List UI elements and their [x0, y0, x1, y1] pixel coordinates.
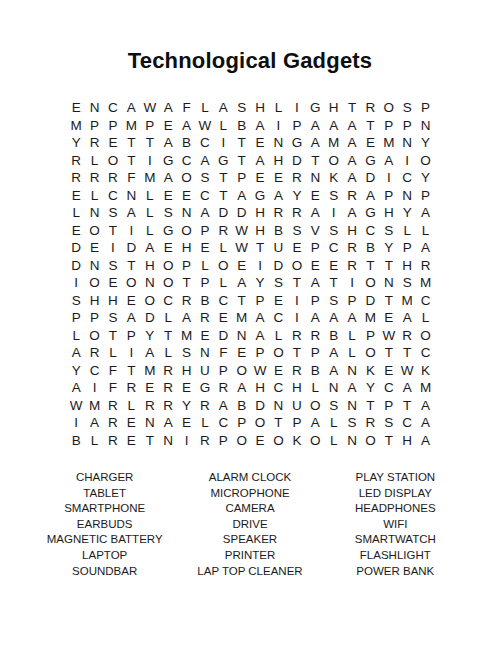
grid-cell[interactable]: L: [214, 239, 232, 257]
grid-cell[interactable]: L: [122, 397, 140, 415]
grid-cell[interactable]: O: [324, 152, 342, 170]
grid-cell[interactable]: M: [85, 397, 103, 415]
grid-cell[interactable]: A: [122, 309, 140, 327]
grid-cell[interactable]: R: [416, 257, 434, 275]
grid-cell[interactable]: C: [214, 414, 232, 432]
grid-cell[interactable]: T: [398, 344, 416, 362]
grid-cell[interactable]: O: [85, 327, 103, 345]
grid-cell[interactable]: A: [416, 414, 434, 432]
grid-cell[interactable]: B: [269, 222, 287, 240]
grid-cell[interactable]: A: [343, 134, 361, 152]
grid-cell[interactable]: A: [177, 117, 195, 135]
grid-cell[interactable]: D: [288, 152, 306, 170]
grid-cell[interactable]: H: [269, 152, 287, 170]
grid-cell[interactable]: P: [343, 292, 361, 310]
grid-cell[interactable]: N: [398, 134, 416, 152]
grid-cell[interactable]: B: [324, 327, 342, 345]
grid-cell[interactable]: C: [269, 379, 287, 397]
grid-cell[interactable]: D: [251, 397, 269, 415]
grid-cell[interactable]: P: [233, 169, 251, 187]
grid-cell[interactable]: E: [233, 257, 251, 275]
grid-cell[interactable]: R: [85, 169, 103, 187]
grid-cell[interactable]: P: [85, 117, 103, 135]
grid-cell[interactable]: L: [343, 344, 361, 362]
grid-cell[interactable]: E: [122, 414, 140, 432]
grid-cell[interactable]: R: [343, 257, 361, 275]
grid-cell[interactable]: A: [343, 309, 361, 327]
grid-cell[interactable]: E: [104, 134, 122, 152]
grid-cell[interactable]: D: [214, 327, 232, 345]
grid-cell[interactable]: T: [104, 327, 122, 345]
grid-cell[interactable]: L: [159, 344, 177, 362]
grid-cell[interactable]: R: [269, 204, 287, 222]
grid-cell[interactable]: I: [104, 239, 122, 257]
grid-cell[interactable]: W: [233, 222, 251, 240]
grid-cell[interactable]: A: [380, 152, 398, 170]
grid-cell[interactable]: E: [380, 362, 398, 380]
grid-cell[interactable]: K: [416, 362, 434, 380]
grid-cell[interactable]: E: [196, 239, 214, 257]
grid-cell[interactable]: O: [306, 397, 324, 415]
grid-cell[interactable]: E: [177, 379, 195, 397]
grid-cell[interactable]: T: [122, 257, 140, 275]
grid-cell[interactable]: A: [85, 414, 103, 432]
grid-cell[interactable]: A: [416, 204, 434, 222]
grid-cell[interactable]: R: [122, 379, 140, 397]
grid-cell[interactable]: R: [67, 169, 85, 187]
grid-cell[interactable]: O: [233, 362, 251, 380]
grid-cell[interactable]: R: [361, 414, 379, 432]
grid-cell[interactable]: L: [159, 309, 177, 327]
grid-cell[interactable]: O: [141, 292, 159, 310]
grid-cell[interactable]: A: [416, 432, 434, 450]
grid-cell[interactable]: S: [67, 292, 85, 310]
grid-cell[interactable]: T: [361, 257, 379, 275]
grid-cell[interactable]: K: [288, 432, 306, 450]
grid-cell[interactable]: D: [233, 204, 251, 222]
grid-cell[interactable]: H: [251, 204, 269, 222]
grid-cell[interactable]: Y: [416, 169, 434, 187]
grid-cell[interactable]: A: [306, 274, 324, 292]
grid-cell[interactable]: A: [122, 204, 140, 222]
grid-cell[interactable]: O: [159, 274, 177, 292]
grid-cell[interactable]: O: [104, 152, 122, 170]
grid-cell[interactable]: R: [141, 397, 159, 415]
grid-cell[interactable]: S: [269, 274, 287, 292]
grid-cell[interactable]: T: [288, 344, 306, 362]
grid-cell[interactable]: P: [251, 292, 269, 310]
grid-cell[interactable]: T: [214, 187, 232, 205]
grid-cell[interactable]: T: [233, 292, 251, 310]
grid-cell[interactable]: S: [104, 257, 122, 275]
grid-cell[interactable]: A: [159, 134, 177, 152]
grid-cell[interactable]: P: [251, 344, 269, 362]
grid-cell[interactable]: E: [269, 169, 287, 187]
grid-cell[interactable]: P: [380, 117, 398, 135]
grid-cell[interactable]: O: [288, 257, 306, 275]
grid-cell[interactable]: H: [343, 222, 361, 240]
grid-cell[interactable]: L: [141, 222, 159, 240]
grid-cell[interactable]: E: [177, 414, 195, 432]
grid-cell[interactable]: A: [67, 344, 85, 362]
grid-cell[interactable]: A: [343, 379, 361, 397]
grid-cell[interactable]: K: [361, 362, 379, 380]
grid-cell[interactable]: G: [214, 152, 232, 170]
grid-cell[interactable]: I: [288, 99, 306, 117]
grid-cell[interactable]: A: [324, 362, 342, 380]
grid-cell[interactable]: N: [269, 397, 287, 415]
grid-cell[interactable]: O: [416, 327, 434, 345]
grid-cell[interactable]: I: [288, 292, 306, 310]
grid-cell[interactable]: C: [416, 344, 434, 362]
grid-cell[interactable]: E: [251, 134, 269, 152]
grid-cell[interactable]: N: [343, 362, 361, 380]
grid-cell[interactable]: Y: [398, 204, 416, 222]
grid-cell[interactable]: A: [159, 99, 177, 117]
grid-cell[interactable]: C: [324, 239, 342, 257]
grid-cell[interactable]: O: [122, 274, 140, 292]
grid-cell[interactable]: S: [380, 414, 398, 432]
grid-cell[interactable]: B: [233, 397, 251, 415]
grid-cell[interactable]: O: [361, 274, 379, 292]
grid-cell[interactable]: O: [416, 152, 434, 170]
grid-cell[interactable]: P: [122, 327, 140, 345]
grid-cell[interactable]: F: [214, 344, 232, 362]
grid-cell[interactable]: R: [196, 397, 214, 415]
grid-cell[interactable]: M: [122, 117, 140, 135]
grid-cell[interactable]: C: [214, 292, 232, 310]
grid-cell[interactable]: M: [398, 292, 416, 310]
grid-cell[interactable]: H: [141, 257, 159, 275]
grid-cell[interactable]: I: [214, 134, 232, 152]
grid-cell[interactable]: P: [196, 274, 214, 292]
grid-cell[interactable]: A: [177, 309, 195, 327]
grid-cell[interactable]: I: [324, 204, 342, 222]
grid-cell[interactable]: B: [306, 362, 324, 380]
grid-cell[interactable]: L: [398, 222, 416, 240]
grid-cell[interactable]: K: [324, 169, 342, 187]
grid-cell[interactable]: D: [122, 239, 140, 257]
grid-cell[interactable]: I: [85, 379, 103, 397]
grid-cell[interactable]: Y: [288, 187, 306, 205]
grid-cell[interactable]: F: [104, 362, 122, 380]
grid-cell[interactable]: D: [141, 309, 159, 327]
grid-cell[interactable]: R: [398, 327, 416, 345]
grid-cell[interactable]: V: [306, 222, 324, 240]
grid-cell[interactable]: P: [416, 187, 434, 205]
grid-cell[interactable]: H: [398, 257, 416, 275]
grid-cell[interactable]: A: [251, 152, 269, 170]
grid-cell[interactable]: A: [196, 204, 214, 222]
grid-cell[interactable]: M: [67, 117, 85, 135]
grid-cell[interactable]: I: [177, 432, 195, 450]
grid-cell[interactable]: Y: [380, 239, 398, 257]
grid-cell[interactable]: E: [122, 432, 140, 450]
grid-cell[interactable]: P: [398, 239, 416, 257]
grid-cell[interactable]: P: [416, 99, 434, 117]
grid-cell[interactable]: T: [122, 134, 140, 152]
grid-cell[interactable]: R: [159, 362, 177, 380]
grid-cell[interactable]: S: [104, 309, 122, 327]
grid-cell[interactable]: S: [196, 169, 214, 187]
grid-cell[interactable]: G: [251, 187, 269, 205]
grid-cell[interactable]: D: [361, 169, 379, 187]
grid-cell[interactable]: R: [288, 327, 306, 345]
grid-cell[interactable]: H: [251, 222, 269, 240]
grid-cell[interactable]: G: [159, 152, 177, 170]
grid-cell[interactable]: E: [233, 344, 251, 362]
grid-cell[interactable]: A: [233, 187, 251, 205]
grid-cell[interactable]: D: [269, 257, 287, 275]
grid-cell[interactable]: A: [233, 274, 251, 292]
grid-cell[interactable]: P: [306, 239, 324, 257]
grid-cell[interactable]: C: [177, 152, 195, 170]
grid-cell[interactable]: A: [343, 152, 361, 170]
grid-cell[interactable]: C: [269, 309, 287, 327]
grid-cell[interactable]: T: [306, 152, 324, 170]
grid-cell[interactable]: N: [269, 134, 287, 152]
grid-cell[interactable]: E: [67, 187, 85, 205]
grid-cell[interactable]: T: [122, 152, 140, 170]
grid-cell[interactable]: N: [380, 274, 398, 292]
grid-cell[interactable]: I: [141, 152, 159, 170]
grid-cell[interactable]: A: [343, 204, 361, 222]
grid-cell[interactable]: E: [214, 309, 232, 327]
grid-cell[interactable]: M: [380, 134, 398, 152]
grid-cell[interactable]: A: [159, 414, 177, 432]
grid-cell[interactable]: I: [122, 222, 140, 240]
grid-cell[interactable]: A: [141, 344, 159, 362]
grid-cell[interactable]: E: [141, 379, 159, 397]
grid-cell[interactable]: I: [288, 309, 306, 327]
grid-cell[interactable]: R: [85, 344, 103, 362]
grid-cell[interactable]: C: [196, 187, 214, 205]
grid-cell[interactable]: A: [306, 414, 324, 432]
grid-cell[interactable]: L: [141, 204, 159, 222]
grid-cell[interactable]: A: [141, 239, 159, 257]
grid-cell[interactable]: O: [177, 169, 195, 187]
grid-cell[interactable]: N: [398, 187, 416, 205]
grid-cell[interactable]: A: [214, 99, 232, 117]
grid-cell[interactable]: P: [141, 117, 159, 135]
grid-cell[interactable]: A: [269, 187, 287, 205]
grid-cell[interactable]: S: [398, 274, 416, 292]
grid-cell[interactable]: R: [104, 397, 122, 415]
grid-cell[interactable]: R: [306, 327, 324, 345]
grid-cell[interactable]: E: [361, 134, 379, 152]
grid-cell[interactable]: C: [398, 169, 416, 187]
grid-cell[interactable]: L: [85, 187, 103, 205]
grid-cell[interactable]: F: [122, 169, 140, 187]
grid-cell[interactable]: R: [361, 99, 379, 117]
grid-cell[interactable]: C: [361, 222, 379, 240]
grid-cell[interactable]: A: [122, 99, 140, 117]
grid-cell[interactable]: N: [177, 204, 195, 222]
grid-cell[interactable]: G: [159, 222, 177, 240]
grid-cell[interactable]: S: [324, 222, 342, 240]
grid-cell[interactable]: C: [398, 414, 416, 432]
grid-cell[interactable]: H: [380, 204, 398, 222]
grid-cell[interactable]: B: [361, 239, 379, 257]
grid-cell[interactable]: L: [416, 222, 434, 240]
grid-cell[interactable]: G: [361, 204, 379, 222]
grid-cell[interactable]: N: [233, 327, 251, 345]
grid-cell[interactable]: H: [177, 239, 195, 257]
grid-cell[interactable]: R: [177, 292, 195, 310]
grid-cell[interactable]: O: [380, 99, 398, 117]
grid-cell[interactable]: O: [269, 344, 287, 362]
grid-cell[interactable]: I: [380, 169, 398, 187]
grid-cell[interactable]: R: [104, 414, 122, 432]
grid-cell[interactable]: F: [104, 379, 122, 397]
grid-cell[interactable]: A: [398, 309, 416, 327]
grid-cell[interactable]: L: [196, 414, 214, 432]
grid-cell[interactable]: O: [214, 257, 232, 275]
grid-cell[interactable]: Y: [67, 362, 85, 380]
grid-cell[interactable]: H: [85, 292, 103, 310]
grid-cell[interactable]: R: [196, 432, 214, 450]
grid-cell[interactable]: W: [380, 327, 398, 345]
grid-cell[interactable]: R: [104, 432, 122, 450]
grid-cell[interactable]: A: [306, 309, 324, 327]
grid-cell[interactable]: R: [104, 169, 122, 187]
grid-cell[interactable]: S: [233, 99, 251, 117]
grid-cell[interactable]: A: [251, 309, 269, 327]
grid-cell[interactable]: Y: [141, 327, 159, 345]
grid-cell[interactable]: T: [288, 274, 306, 292]
grid-cell[interactable]: L: [67, 327, 85, 345]
grid-cell[interactable]: L: [196, 257, 214, 275]
grid-cell[interactable]: A: [159, 169, 177, 187]
grid-cell[interactable]: N: [85, 204, 103, 222]
grid-cell[interactable]: C: [104, 187, 122, 205]
grid-cell[interactable]: P: [380, 397, 398, 415]
grid-cell[interactable]: T: [343, 99, 361, 117]
grid-cell[interactable]: A: [324, 309, 342, 327]
grid-cell[interactable]: M: [141, 362, 159, 380]
grid-cell[interactable]: C: [85, 362, 103, 380]
grid-cell[interactable]: E: [67, 99, 85, 117]
grid-cell[interactable]: E: [85, 239, 103, 257]
grid-cell[interactable]: N: [343, 397, 361, 415]
grid-cell[interactable]: R: [288, 169, 306, 187]
grid-cell[interactable]: Y: [416, 134, 434, 152]
grid-cell[interactable]: P: [398, 117, 416, 135]
grid-cell[interactable]: U: [269, 239, 287, 257]
grid-cell[interactable]: R: [85, 134, 103, 152]
grid-cell[interactable]: N: [159, 432, 177, 450]
grid-cell[interactable]: B: [67, 432, 85, 450]
grid-cell[interactable]: T: [159, 327, 177, 345]
grid-cell[interactable]: L: [269, 327, 287, 345]
grid-cell[interactable]: L: [104, 344, 122, 362]
grid-cell[interactable]: R: [343, 239, 361, 257]
grid-cell[interactable]: D: [361, 292, 379, 310]
grid-cell[interactable]: W: [141, 99, 159, 117]
grid-cell[interactable]: L: [214, 117, 232, 135]
grid-cell[interactable]: T: [380, 292, 398, 310]
grid-cell[interactable]: A: [324, 344, 342, 362]
grid-cell[interactable]: T: [251, 239, 269, 257]
grid-cell[interactable]: H: [288, 379, 306, 397]
grid-cell[interactable]: S: [177, 344, 195, 362]
grid-cell[interactable]: P: [288, 414, 306, 432]
grid-cell[interactable]: O: [269, 432, 287, 450]
grid-cell[interactable]: E: [251, 432, 269, 450]
grid-cell[interactable]: P: [306, 344, 324, 362]
grid-cell[interactable]: L: [343, 327, 361, 345]
grid-cell[interactable]: L: [306, 379, 324, 397]
grid-cell[interactable]: P: [361, 327, 379, 345]
grid-cell[interactable]: S: [324, 292, 342, 310]
grid-cell[interactable]: P: [214, 432, 232, 450]
grid-cell[interactable]: I: [398, 152, 416, 170]
grid-cell[interactable]: M: [416, 274, 434, 292]
grid-cell[interactable]: T: [398, 397, 416, 415]
grid-cell[interactable]: A: [324, 117, 342, 135]
grid-cell[interactable]: E: [380, 309, 398, 327]
grid-cell[interactable]: W: [233, 239, 251, 257]
grid-cell[interactable]: T: [141, 432, 159, 450]
grid-cell[interactable]: D: [67, 257, 85, 275]
grid-cell[interactable]: S: [288, 222, 306, 240]
grid-cell[interactable]: L: [141, 187, 159, 205]
grid-cell[interactable]: E: [306, 257, 324, 275]
grid-cell[interactable]: I: [67, 414, 85, 432]
grid-cell[interactable]: T: [361, 117, 379, 135]
grid-cell[interactable]: R: [343, 187, 361, 205]
grid-cell[interactable]: R: [214, 222, 232, 240]
grid-cell[interactable]: E: [324, 257, 342, 275]
grid-cell[interactable]: F: [177, 99, 195, 117]
grid-cell[interactable]: L: [324, 432, 342, 450]
grid-cell[interactable]: E: [177, 187, 195, 205]
grid-cell[interactable]: N: [85, 257, 103, 275]
grid-cell[interactable]: R: [159, 397, 177, 415]
grid-cell[interactable]: E: [159, 117, 177, 135]
grid-cell[interactable]: G: [288, 134, 306, 152]
grid-cell[interactable]: O: [361, 344, 379, 362]
grid-cell[interactable]: S: [398, 99, 416, 117]
grid-cell[interactable]: W: [67, 397, 85, 415]
grid-cell[interactable]: A: [196, 152, 214, 170]
grid-cell[interactable]: N: [324, 379, 342, 397]
grid-cell[interactable]: A: [251, 327, 269, 345]
grid-cell[interactable]: L: [416, 309, 434, 327]
grid-cell[interactable]: M: [324, 134, 342, 152]
grid-cell[interactable]: P: [67, 309, 85, 327]
grid-cell[interactable]: Y: [361, 379, 379, 397]
grid-cell[interactable]: P: [288, 117, 306, 135]
grid-cell[interactable]: G: [306, 99, 324, 117]
grid-cell[interactable]: N: [141, 414, 159, 432]
grid-cell[interactable]: E: [104, 274, 122, 292]
grid-cell[interactable]: T: [233, 134, 251, 152]
grid-cell[interactable]: N: [343, 432, 361, 450]
grid-cell[interactable]: A: [416, 397, 434, 415]
grid-cell[interactable]: E: [67, 222, 85, 240]
grid-cell[interactable]: P: [233, 414, 251, 432]
grid-cell[interactable]: S: [343, 414, 361, 432]
grid-cell[interactable]: E: [196, 327, 214, 345]
grid-cell[interactable]: P: [104, 117, 122, 135]
grid-cell[interactable]: W: [251, 362, 269, 380]
grid-cell[interactable]: E: [306, 187, 324, 205]
grid-cell[interactable]: Y: [67, 134, 85, 152]
grid-cell[interactable]: O: [85, 274, 103, 292]
grid-cell[interactable]: I: [269, 117, 287, 135]
grid-cell[interactable]: A: [398, 379, 416, 397]
